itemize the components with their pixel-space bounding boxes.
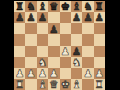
- piece-white-pawn: ♟: [15, 68, 24, 79]
- piece-white-king: ♚: [60, 79, 69, 90]
- square-b7[interactable]: ♟: [25, 12, 36, 23]
- square-h1[interactable]: ♜: [94, 79, 105, 90]
- square-b6[interactable]: [25, 23, 36, 34]
- piece-black-king: ♚: [60, 1, 69, 12]
- square-f3[interactable]: ♞: [71, 57, 82, 68]
- piece-black-pawn: ♟: [49, 23, 58, 34]
- square-b4[interactable]: [25, 46, 36, 57]
- piece-white-knight: ♞: [72, 56, 81, 67]
- square-f7[interactable]: ♟: [71, 12, 82, 23]
- piece-white-pawn: ♟: [49, 68, 58, 79]
- square-h6[interactable]: [94, 23, 105, 34]
- piece-black-pawn: ♟: [72, 45, 81, 56]
- piece-black-pawn: ♟: [95, 12, 104, 23]
- piece-black-knight: ♞: [26, 1, 35, 12]
- piece-black-bishop: ♝: [72, 1, 81, 12]
- square-a6[interactable]: [14, 23, 25, 34]
- chess-board: ♜♞♝♛♚♝♞♜♟♟♟♟♟♟♟♟♟♞♞♟♟♟♟♟♟♜♝♛♚♝♜: [14, 1, 105, 90]
- piece-black-pawn: ♟: [72, 12, 81, 23]
- square-h5[interactable]: [94, 34, 105, 45]
- piece-black-queen: ♛: [49, 1, 58, 12]
- piece-white-pawn: ♟: [38, 68, 47, 79]
- piece-white-pawn: ♟: [95, 68, 104, 79]
- square-h7[interactable]: ♟: [94, 12, 105, 23]
- square-g7[interactable]: ♟: [82, 12, 93, 23]
- square-d5[interactable]: [48, 34, 59, 45]
- piece-white-knight: ♞: [38, 56, 47, 67]
- piece-white-bishop: ♝: [72, 79, 81, 90]
- square-c6[interactable]: [37, 23, 48, 34]
- square-g2[interactable]: ♟: [82, 68, 93, 79]
- chess-app-screenshot: ♜♞♝♛♚♝♞♜♟♟♟♟♟♟♟♟♟♞♞♟♟♟♟♟♟♜♝♛♚♝♜: [0, 0, 120, 90]
- piece-white-pawn: ♟: [83, 68, 92, 79]
- square-g1[interactable]: [82, 79, 93, 90]
- piece-white-pawn: ♟: [26, 68, 35, 79]
- square-e8[interactable]: ♚: [60, 1, 71, 12]
- piece-white-rook: ♜: [15, 79, 24, 90]
- piece-black-pawn: ♟: [83, 12, 92, 23]
- square-h4[interactable]: [94, 46, 105, 57]
- piece-white-rook: ♜: [95, 79, 104, 90]
- square-b1[interactable]: [25, 79, 36, 90]
- piece-black-bishop: ♝: [38, 1, 47, 12]
- piece-black-pawn: ♟: [38, 12, 47, 23]
- piece-black-pawn: ♟: [26, 12, 35, 23]
- piece-black-knight: ♞: [83, 1, 92, 12]
- square-b5[interactable]: [25, 34, 36, 45]
- square-a5[interactable]: [14, 34, 25, 45]
- square-e3[interactable]: [60, 57, 71, 68]
- square-a7[interactable]: ♟: [14, 12, 25, 23]
- piece-black-rook: ♜: [15, 1, 24, 12]
- square-d1[interactable]: ♛: [48, 79, 59, 90]
- square-c5[interactable]: [37, 34, 48, 45]
- square-e4[interactable]: ♟: [60, 46, 71, 57]
- piece-black-rook: ♜: [95, 1, 104, 12]
- square-e6[interactable]: [60, 23, 71, 34]
- square-d4[interactable]: [48, 46, 59, 57]
- square-d6[interactable]: ♟: [48, 23, 59, 34]
- square-a4[interactable]: [14, 46, 25, 57]
- piece-black-pawn: ♟: [15, 12, 24, 23]
- square-f1[interactable]: ♝: [71, 79, 82, 90]
- square-f6[interactable]: [71, 23, 82, 34]
- square-c1[interactable]: ♝: [37, 79, 48, 90]
- piece-white-queen: ♛: [49, 79, 58, 90]
- square-e7[interactable]: [60, 12, 71, 23]
- square-c7[interactable]: ♟: [37, 12, 48, 23]
- square-b2[interactable]: ♟: [25, 68, 36, 79]
- square-e1[interactable]: ♚: [60, 79, 71, 90]
- square-g4[interactable]: [82, 46, 93, 57]
- square-a1[interactable]: ♜: [14, 79, 25, 90]
- square-g6[interactable]: [82, 23, 93, 34]
- piece-white-pawn: ♟: [60, 45, 69, 56]
- piece-white-bishop: ♝: [38, 79, 47, 90]
- square-d8[interactable]: ♛: [48, 1, 59, 12]
- square-g5[interactable]: [82, 34, 93, 45]
